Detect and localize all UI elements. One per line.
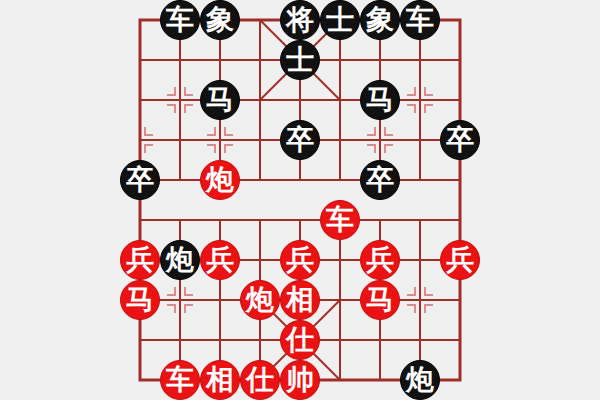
piece-black-cannon[interactable]: 炮 <box>400 360 440 400</box>
piece-black-advisor[interactable]: 士 <box>320 0 360 40</box>
piece-black-chariot[interactable]: 车 <box>400 0 440 40</box>
piece-red-horse[interactable]: 马 <box>120 280 160 320</box>
piece-black-elephant[interactable]: 象 <box>200 0 240 40</box>
piece-red-elephant[interactable]: 相 <box>200 360 240 400</box>
piece-black-cannon[interactable]: 炮 <box>160 240 200 280</box>
piece-red-advisor[interactable]: 仕 <box>280 320 320 360</box>
xiangqi-board: 车象将士象车士马马卒卒卒卒炮炮炮车兵兵兵兵兵马炮相马仕车相仕帅 <box>0 0 600 400</box>
piece-black-soldier[interactable]: 卒 <box>120 160 160 200</box>
piece-red-chariot[interactable]: 车 <box>160 360 200 400</box>
piece-black-soldier[interactable]: 卒 <box>280 120 320 160</box>
piece-black-advisor[interactable]: 士 <box>280 40 320 80</box>
piece-red-soldier[interactable]: 兵 <box>440 240 480 280</box>
piece-red-elephant[interactable]: 相 <box>280 280 320 320</box>
piece-red-soldier[interactable]: 兵 <box>280 240 320 280</box>
piece-black-elephant[interactable]: 象 <box>360 0 400 40</box>
piece-red-soldier[interactable]: 兵 <box>120 240 160 280</box>
piece-red-horse[interactable]: 马 <box>360 280 400 320</box>
piece-black-chariot[interactable]: 车 <box>160 0 200 40</box>
piece-black-horse[interactable]: 马 <box>360 80 400 120</box>
piece-black-king[interactable]: 将 <box>280 0 320 40</box>
piece-red-king[interactable]: 帅 <box>280 360 320 400</box>
piece-black-horse[interactable]: 马 <box>200 80 240 120</box>
piece-red-soldier[interactable]: 兵 <box>360 240 400 280</box>
piece-red-chariot[interactable]: 车 <box>320 200 360 240</box>
piece-black-soldier[interactable]: 卒 <box>440 120 480 160</box>
piece-red-advisor[interactable]: 仕 <box>240 360 280 400</box>
piece-red-cannon[interactable]: 炮 <box>200 160 240 200</box>
piece-red-soldier[interactable]: 兵 <box>200 240 240 280</box>
pieces-layer: 车象将士象车士马马卒卒卒卒炮炮炮车兵兵兵兵兵马炮相马仕车相仕帅 <box>0 0 600 400</box>
piece-red-cannon[interactable]: 炮 <box>240 280 280 320</box>
piece-black-soldier[interactable]: 卒 <box>360 160 400 200</box>
